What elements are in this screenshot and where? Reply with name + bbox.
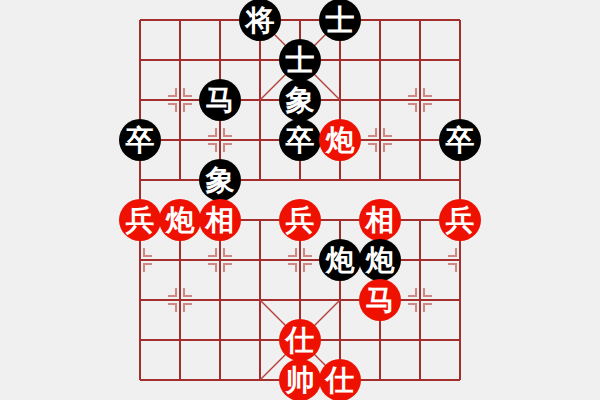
- piece-black-horse[interactable]: 马: [199, 79, 241, 121]
- piece-black-cannon[interactable]: 炮: [319, 239, 361, 281]
- piece-red-soldier[interactable]: 兵: [119, 199, 161, 241]
- board-cell: 将: [240, 0, 280, 40]
- piece-black-cannon[interactable]: 炮: [359, 239, 401, 281]
- xiangqi-board: 将士士马象卒卒炮卒象兵炮相兵相兵炮炮马仕帅仕: [0, 0, 600, 400]
- board-cell: 兵: [280, 200, 320, 240]
- board-cell: 马: [360, 280, 400, 320]
- board-cell: 炮: [160, 200, 200, 240]
- board-cell: 士: [320, 0, 360, 40]
- piece-black-elephant[interactable]: 象: [279, 79, 321, 121]
- piece-black-advisor[interactable]: 士: [319, 0, 361, 41]
- piece-red-cannon[interactable]: 炮: [159, 199, 201, 241]
- board-cell: 兵: [440, 200, 480, 240]
- board-cell: 仕: [280, 320, 320, 360]
- piece-red-general[interactable]: 帅: [279, 359, 321, 400]
- piece-black-soldier[interactable]: 卒: [439, 119, 481, 161]
- board-cell: 卒: [120, 120, 160, 160]
- piece-red-advisor[interactable]: 仕: [279, 319, 321, 361]
- board-cell: 象: [280, 80, 320, 120]
- board-cell: 帅: [280, 360, 320, 400]
- board-cell: 炮: [360, 240, 400, 280]
- piece-red-cannon[interactable]: 炮: [319, 119, 361, 161]
- piece-red-soldier[interactable]: 兵: [279, 199, 321, 241]
- piece-black-soldier[interactable]: 卒: [279, 119, 321, 161]
- piece-red-advisor[interactable]: 仕: [319, 359, 361, 400]
- board-cell: 相: [200, 200, 240, 240]
- board-cell: 兵: [120, 200, 160, 240]
- board-cell: 仕: [320, 360, 360, 400]
- piece-red-elephant[interactable]: 相: [359, 199, 401, 241]
- board-cell: 卒: [280, 120, 320, 160]
- piece-black-general[interactable]: 将: [239, 0, 281, 41]
- board-cell: 马: [200, 80, 240, 120]
- piece-red-horse[interactable]: 马: [359, 279, 401, 321]
- piece-red-elephant[interactable]: 相: [199, 199, 241, 241]
- piece-black-advisor[interactable]: 士: [279, 39, 321, 81]
- board-cell: 象: [200, 160, 240, 200]
- board-cell: 相: [360, 200, 400, 240]
- board-cell: 士: [280, 40, 320, 80]
- piece-black-soldier[interactable]: 卒: [119, 119, 161, 161]
- piece-grid: 将士士马象卒卒炮卒象兵炮相兵相兵炮炮马仕帅仕: [120, 0, 480, 400]
- piece-red-soldier[interactable]: 兵: [439, 199, 481, 241]
- piece-black-elephant[interactable]: 象: [199, 159, 241, 201]
- board-cell: 炮: [320, 120, 360, 160]
- board-cell: 卒: [440, 120, 480, 160]
- board-cell: 炮: [320, 240, 360, 280]
